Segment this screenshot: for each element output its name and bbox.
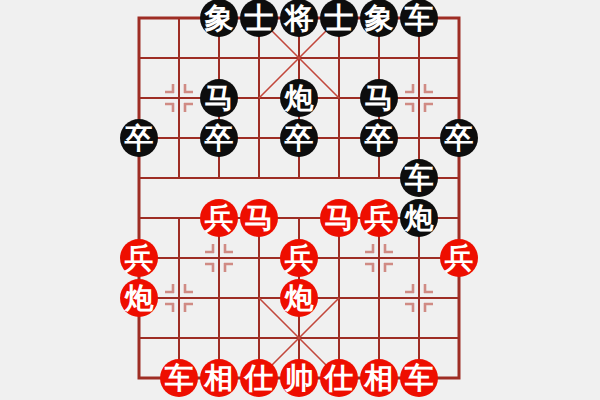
board-point: 马 (319, 198, 359, 238)
piece-red-soldier[interactable]: 兵 (440, 239, 478, 277)
piece-red-chariot[interactable]: 车 (160, 359, 198, 397)
piece-black-soldier[interactable]: 卒 (360, 119, 398, 157)
board-point: 兵 (439, 238, 479, 278)
piece-black-elephant[interactable]: 象 (200, 0, 238, 37)
board-point: 炮 (399, 198, 439, 238)
piece-black-soldier[interactable]: 卒 (440, 119, 478, 157)
board-point: 炮 (119, 278, 159, 318)
piece-red-soldier[interactable]: 兵 (360, 199, 398, 237)
piece-red-chariot[interactable]: 车 (400, 359, 438, 397)
piece-red-soldier[interactable]: 兵 (200, 199, 238, 237)
piece-black-cannon[interactable]: 炮 (400, 199, 438, 237)
board-point: 卒 (199, 118, 239, 158)
board-point: 卒 (279, 118, 319, 158)
piece-red-horse[interactable]: 马 (320, 199, 358, 237)
piece-black-cannon[interactable]: 炮 (280, 79, 318, 117)
piece-red-soldier[interactable]: 兵 (280, 239, 318, 277)
piece-red-advisor[interactable]: 仕 (320, 359, 358, 397)
piece-black-soldier[interactable]: 卒 (120, 119, 158, 157)
board-point: 车 (399, 358, 439, 398)
board-point: 兵 (199, 198, 239, 238)
board-point: 帅 (279, 358, 319, 398)
piece-red-horse[interactable]: 马 (240, 199, 278, 237)
board-point: 相 (359, 358, 399, 398)
board-point: 马 (359, 78, 399, 118)
piece-black-chariot[interactable]: 车 (400, 159, 438, 197)
board-point: 相 (199, 358, 239, 398)
xiangqi-board-screen: 象士将士象车马炮马卒卒卒卒卒车兵马马兵炮兵兵兵炮炮车相仕帅仕相车 (0, 0, 600, 400)
board-point: 卒 (359, 118, 399, 158)
piece-black-chariot[interactable]: 车 (400, 0, 438, 37)
piece-red-cannon[interactable]: 炮 (280, 279, 318, 317)
board-point: 兵 (119, 238, 159, 278)
piece-red-soldier[interactable]: 兵 (120, 239, 158, 277)
piece-black-advisor[interactable]: 士 (320, 0, 358, 37)
board-point: 士 (239, 0, 279, 38)
board-point: 仕 (319, 358, 359, 398)
board-point: 仕 (239, 358, 279, 398)
board-point: 炮 (279, 278, 319, 318)
board-point: 车 (399, 158, 439, 198)
board-point: 车 (159, 358, 199, 398)
piece-black-horse[interactable]: 马 (360, 79, 398, 117)
board-point: 卒 (119, 118, 159, 158)
board-point: 车 (399, 0, 439, 38)
xiangqi-board[interactable]: 象士将士象车马炮马卒卒卒卒卒车兵马马兵炮兵兵兵炮炮车相仕帅仕相车 (119, 0, 479, 398)
piece-black-king[interactable]: 将 (280, 0, 318, 37)
board-point: 马 (239, 198, 279, 238)
board-point: 象 (199, 0, 239, 38)
piece-black-advisor[interactable]: 士 (240, 0, 278, 37)
board-point: 炮 (279, 78, 319, 118)
piece-red-elephant[interactable]: 相 (200, 359, 238, 397)
board-point: 兵 (279, 238, 319, 278)
piece-red-cannon[interactable]: 炮 (120, 279, 158, 317)
piece-red-elephant[interactable]: 相 (360, 359, 398, 397)
piece-black-elephant[interactable]: 象 (360, 0, 398, 37)
piece-red-advisor[interactable]: 仕 (240, 359, 278, 397)
board-point: 马 (199, 78, 239, 118)
board-point: 兵 (359, 198, 399, 238)
board-point: 卒 (439, 118, 479, 158)
board-point: 将 (279, 0, 319, 38)
piece-black-soldier[interactable]: 卒 (200, 119, 238, 157)
piece-black-horse[interactable]: 马 (200, 79, 238, 117)
piece-black-soldier[interactable]: 卒 (280, 119, 318, 157)
piece-red-king[interactable]: 帅 (280, 359, 318, 397)
board-point: 士 (319, 0, 359, 38)
board-point: 象 (359, 0, 399, 38)
